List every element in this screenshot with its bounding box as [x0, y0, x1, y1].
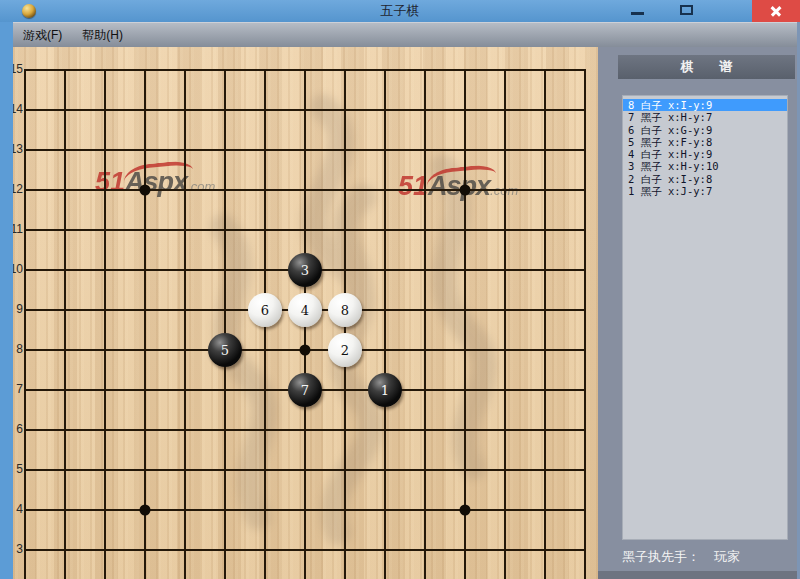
close-button[interactable]	[752, 0, 800, 22]
move-list[interactable]: 8 白子 x:I-y:97 黑子 x:H-y:76 白子 x:G-y:95 黑子…	[622, 95, 788, 540]
move-list-item[interactable]: 7 黑子 x:H-y:7	[623, 111, 787, 123]
star-point	[460, 505, 471, 516]
grid-line-vertical	[424, 69, 426, 579]
menu-item-help[interactable]: 帮助(H)	[72, 23, 133, 48]
row-coordinate-label: 11	[13, 222, 23, 237]
move-list-item[interactable]: 3 黑子 x:H-y:10	[623, 160, 787, 172]
watermark-logo-right: 51Aspx.com	[398, 171, 518, 202]
app-window: 五子棋 游戏(F) 帮助(H) 51Aspx.com 51Aspx.com 15…	[0, 0, 800, 579]
row-coordinate-label: 14	[13, 102, 23, 117]
star-point	[300, 345, 311, 356]
white-stone: 6	[248, 293, 282, 327]
black-stone: 1	[368, 373, 402, 407]
grid-line-vertical	[104, 69, 106, 579]
maximize-icon	[680, 5, 693, 15]
row-coordinate-label: 10	[13, 262, 23, 277]
move-list-item[interactable]: 4 白子 x:H-y:9	[623, 148, 787, 160]
move-list-item[interactable]: 1 黑子 x:J-y:7	[623, 185, 787, 197]
row-coordinate-label: 6	[13, 422, 23, 437]
grid-line-vertical	[184, 69, 186, 579]
row-coordinate-label: 12	[13, 182, 23, 197]
logo-swoosh	[425, 163, 496, 186]
row-coordinate-label: 15	[13, 62, 23, 77]
grid-line-vertical	[144, 69, 146, 579]
move-list-item[interactable]: 5 黑子 x:F-y:8	[623, 136, 787, 148]
title-bar: 五子棋	[0, 0, 800, 22]
white-stone: 4	[288, 293, 322, 327]
bottom-strip	[598, 571, 800, 579]
black-stone: 7	[288, 373, 322, 407]
record-panel-title: 棋 谱	[618, 55, 795, 79]
row-coordinate-label: 5	[13, 462, 23, 477]
grid-line-horizontal	[24, 429, 586, 431]
status-line: 黑子执先手：玩家	[622, 548, 740, 566]
grid-line-vertical	[64, 69, 66, 579]
grid-line-vertical	[544, 69, 546, 579]
grid-line-horizontal	[24, 469, 586, 471]
board[interactable]: 51Aspx.com 51Aspx.com 151413121110987654…	[13, 47, 598, 579]
grid-line-horizontal	[24, 549, 586, 551]
grid-line-vertical	[384, 69, 386, 579]
move-list-item[interactable]: 8 白子 x:I-y:9	[623, 99, 787, 111]
menu-bar: 游戏(F) 帮助(H)	[13, 22, 797, 47]
watermark-logo-left: 51Aspx.com	[95, 167, 215, 198]
star-point	[140, 505, 151, 516]
status-label: 黑子执先手：	[622, 549, 700, 564]
minimize-icon	[631, 12, 644, 15]
black-stone: 3	[288, 253, 322, 287]
grid-line-vertical	[464, 69, 466, 579]
white-stone: 8	[328, 293, 362, 327]
maximize-button[interactable]	[672, 0, 702, 22]
star-point	[460, 185, 471, 196]
move-list-item[interactable]: 6 白子 x:G-y:9	[623, 124, 787, 136]
row-coordinate-label: 4	[13, 502, 23, 517]
move-list-item[interactable]: 2 白子 x:I-y:8	[623, 173, 787, 185]
black-stone: 5	[208, 333, 242, 367]
grid-line-vertical	[584, 69, 586, 579]
grid-line-vertical	[224, 69, 226, 579]
menu-item-game[interactable]: 游戏(F)	[13, 23, 72, 48]
row-coordinate-label: 9	[13, 302, 23, 317]
record-panel: 棋 谱 8 白子 x:I-y:97 黑子 x:H-y:76 白子 x:G-y:9…	[598, 47, 800, 579]
status-value: 玩家	[714, 549, 740, 564]
row-coordinate-label: 3	[13, 542, 23, 557]
grid-line-vertical	[504, 69, 506, 579]
row-coordinate-label: 13	[13, 142, 23, 157]
grid-line-horizontal	[24, 509, 586, 511]
grid-line-vertical	[24, 69, 26, 579]
logo-swoosh	[122, 159, 193, 182]
star-point	[140, 185, 151, 196]
white-stone: 2	[328, 333, 362, 367]
row-coordinate-label: 8	[13, 342, 23, 357]
row-coordinate-label: 7	[13, 382, 23, 397]
minimize-button[interactable]	[624, 0, 654, 22]
